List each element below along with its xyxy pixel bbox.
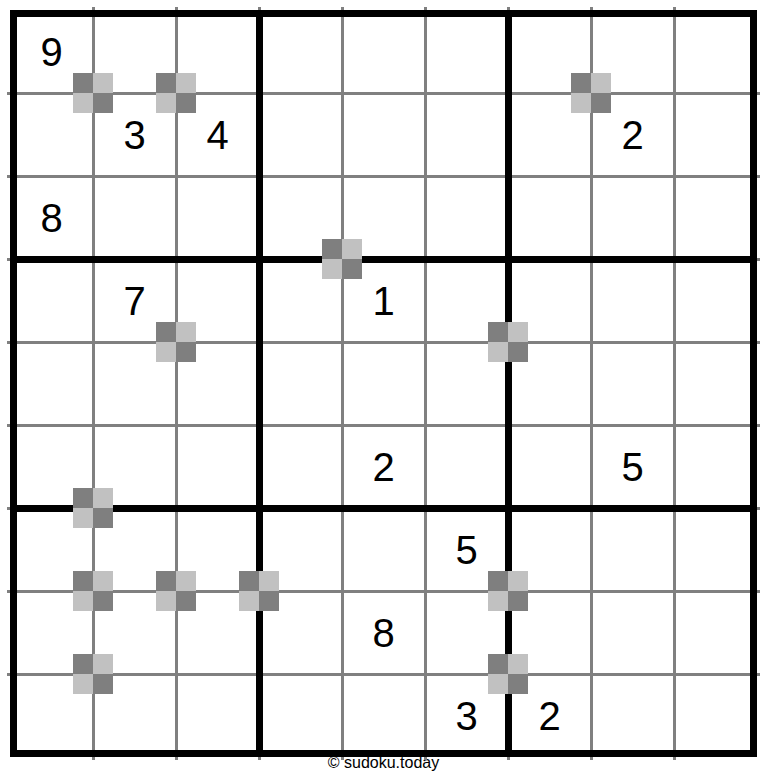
cell-r2c3[interactable]: 4 [176,93,259,176]
cell-r3c6[interactable] [425,176,508,259]
cell-r7c5[interactable] [342,508,425,591]
cell-r3c5[interactable] [342,176,425,259]
cell-r1c4[interactable] [259,10,342,93]
cell-r9c8[interactable] [591,674,674,757]
cell-r8c4[interactable] [259,591,342,674]
cell-r3c2[interactable] [93,176,176,259]
cell-r9c9[interactable] [674,674,757,757]
cell-r6c5[interactable]: 2 [342,425,425,508]
given-digit: 8 [372,613,394,653]
cell-r7c7[interactable] [508,508,591,591]
cell-r1c5[interactable] [342,10,425,93]
cell-r8c9[interactable] [674,591,757,674]
cell-r1c8[interactable] [591,10,674,93]
cell-r6c3[interactable] [176,425,259,508]
cell-r1c2[interactable] [93,10,176,93]
cell-r4c9[interactable] [674,259,757,342]
given-digit: 3 [123,115,145,155]
cell-r5c6[interactable] [425,342,508,425]
cell-r2c1[interactable] [10,93,93,176]
given-digit: 5 [621,447,643,487]
sudoku-board: 9342871255832 [10,10,757,757]
given-digit: 2 [372,447,394,487]
cell-r5c2[interactable] [93,342,176,425]
cell-r3c7[interactable] [508,176,591,259]
cell-r1c9[interactable] [674,10,757,93]
cell-r8c5[interactable]: 8 [342,591,425,674]
cell-r4c5[interactable]: 1 [342,259,425,342]
cell-r2c8[interactable]: 2 [591,93,674,176]
cell-r7c6[interactable]: 5 [425,508,508,591]
cell-r3c1[interactable]: 8 [10,176,93,259]
cell-r9c1[interactable] [10,674,93,757]
cell-r8c3[interactable] [176,591,259,674]
cell-r2c4[interactable] [259,93,342,176]
cell-r3c9[interactable] [674,176,757,259]
cell-r4c6[interactable] [425,259,508,342]
cell-r3c8[interactable] [591,176,674,259]
given-digit: 3 [455,696,477,736]
cell-r2c6[interactable] [425,93,508,176]
cell-r2c9[interactable] [674,93,757,176]
cell-r9c7[interactable]: 2 [508,674,591,757]
cell-r9c6[interactable]: 3 [425,674,508,757]
given-digit: 1 [372,281,394,321]
cell-r8c8[interactable] [591,591,674,674]
given-digit: 9 [40,32,62,72]
cell-r6c4[interactable] [259,425,342,508]
cell-r4c4[interactable] [259,259,342,342]
cell-r3c4[interactable] [259,176,342,259]
cell-r1c6[interactable] [425,10,508,93]
cell-r4c8[interactable] [591,259,674,342]
cell-r8c6[interactable] [425,591,508,674]
cell-r7c8[interactable] [591,508,674,591]
cell-r2c2[interactable]: 3 [93,93,176,176]
given-digit: 8 [40,198,62,238]
cell-r5c3[interactable] [176,342,259,425]
cell-r7c4[interactable] [259,508,342,591]
cell-r5c8[interactable] [591,342,674,425]
cell-r4c1[interactable] [10,259,93,342]
cell-r8c7[interactable] [508,591,591,674]
cell-r9c3[interactable] [176,674,259,757]
given-digit: 2 [621,115,643,155]
cell-r9c2[interactable] [93,674,176,757]
cell-r3c3[interactable] [176,176,259,259]
cell-r4c2[interactable]: 7 [93,259,176,342]
cell-r6c2[interactable] [93,425,176,508]
cell-r4c7[interactable] [508,259,591,342]
given-digit: 5 [455,530,477,570]
cell-r4c3[interactable] [176,259,259,342]
cell-r6c8[interactable]: 5 [591,425,674,508]
cell-r7c2[interactable] [93,508,176,591]
given-digit: 4 [206,115,228,155]
cell-r5c1[interactable] [10,342,93,425]
cell-r2c5[interactable] [342,93,425,176]
cell-r8c2[interactable] [93,591,176,674]
cell-r6c1[interactable] [10,425,93,508]
cell-r7c9[interactable] [674,508,757,591]
cell-r5c4[interactable] [259,342,342,425]
cell-r5c9[interactable] [674,342,757,425]
cell-r8c1[interactable] [10,591,93,674]
cell-r7c1[interactable] [10,508,93,591]
cell-r7c3[interactable] [176,508,259,591]
cell-r5c5[interactable] [342,342,425,425]
given-digit: 7 [123,281,145,321]
cell-r9c5[interactable] [342,674,425,757]
cell-r5c7[interactable] [508,342,591,425]
cell-r1c7[interactable] [508,10,591,93]
cell-r1c1[interactable]: 9 [10,10,93,93]
cell-r1c3[interactable] [176,10,259,93]
given-digit: 2 [538,696,560,736]
cell-grid: 9342871255832 [10,10,757,757]
cell-r6c9[interactable] [674,425,757,508]
cell-r6c6[interactable] [425,425,508,508]
cell-r6c7[interactable] [508,425,591,508]
cell-r2c7[interactable] [508,93,591,176]
cell-r9c4[interactable] [259,674,342,757]
